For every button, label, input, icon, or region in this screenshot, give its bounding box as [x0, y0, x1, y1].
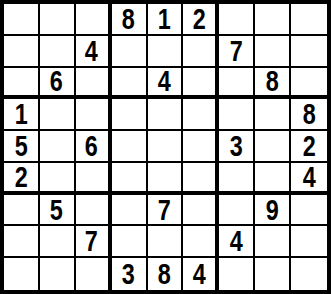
cell-r3c3[interactable]: [76, 68, 112, 100]
cell-r2c7[interactable]: 7: [219, 36, 255, 68]
cell-r8c7[interactable]: 4: [219, 226, 255, 258]
cell-r5c5[interactable]: [148, 131, 184, 163]
cell-digit: 3: [230, 131, 243, 161]
cell-r7c3[interactable]: [76, 195, 112, 227]
cell-digit: 6: [50, 68, 63, 97]
cell-digit: 7: [230, 36, 243, 66]
cell-r3c4[interactable]: [112, 68, 148, 100]
cell-r4c1[interactable]: 1: [4, 99, 40, 131]
cell-r9c9[interactable]: [291, 258, 327, 290]
cell-r4c4[interactable]: [112, 99, 148, 131]
cell-r7c9[interactable]: [291, 195, 327, 227]
cell-r5c2[interactable]: [40, 131, 76, 163]
cell-digit: 1: [14, 99, 27, 129]
cell-r9c3[interactable]: [76, 258, 112, 290]
cell-r4c6[interactable]: [183, 99, 219, 131]
cell-r2c9[interactable]: [291, 36, 327, 68]
cell-digit: 6: [85, 131, 98, 161]
cell-r9c8[interactable]: [255, 258, 291, 290]
cell-r2c3[interactable]: 4: [76, 36, 112, 68]
cell-r4c7[interactable]: [219, 99, 255, 131]
cell-r7c4[interactable]: [112, 195, 148, 227]
sudoku-board: 812476481856322457974384: [0, 0, 331, 294]
cell-r9c1[interactable]: [4, 258, 40, 290]
cell-digit: 7: [85, 226, 98, 256]
cell-r4c5[interactable]: [148, 99, 184, 131]
cell-r6c8[interactable]: [255, 163, 291, 195]
cell-digit: 2: [303, 131, 316, 161]
cell-r2c1[interactable]: [4, 36, 40, 68]
cell-r5c4[interactable]: [112, 131, 148, 163]
cell-r6c5[interactable]: [148, 163, 184, 195]
cell-r2c4[interactable]: [112, 36, 148, 68]
cell-r3c9[interactable]: [291, 68, 327, 100]
cell-r8c9[interactable]: [291, 226, 327, 258]
cell-r3c6[interactable]: [183, 68, 219, 100]
cell-r6c6[interactable]: [183, 163, 219, 195]
cell-r4c2[interactable]: [40, 99, 76, 131]
cell-r9c6[interactable]: 4: [183, 258, 219, 290]
cell-digit: 1: [158, 4, 171, 34]
cell-r1c5[interactable]: 1: [148, 4, 184, 36]
cell-r3c5[interactable]: 4: [148, 68, 184, 100]
cell-digit: 7: [158, 195, 171, 225]
cell-r9c5[interactable]: 8: [148, 258, 184, 290]
cell-digit: 5: [50, 195, 63, 225]
cell-r8c1[interactable]: [4, 226, 40, 258]
cell-r8c6[interactable]: [183, 226, 219, 258]
cell-r2c2[interactable]: [40, 36, 76, 68]
cell-digit: 3: [122, 259, 135, 289]
cell-digit: 2: [14, 163, 27, 192]
cell-r9c4[interactable]: 3: [112, 258, 148, 290]
cell-r9c7[interactable]: [219, 258, 255, 290]
cell-r8c2[interactable]: [40, 226, 76, 258]
cell-digit: 8: [266, 68, 279, 97]
cell-r9c2[interactable]: [40, 258, 76, 290]
cell-r5c9[interactable]: 2: [291, 131, 327, 163]
cell-r2c5[interactable]: [148, 36, 184, 68]
cell-digit: 4: [303, 163, 316, 192]
cell-r2c6[interactable]: [183, 36, 219, 68]
cell-r8c4[interactable]: [112, 226, 148, 258]
cell-digit: 4: [85, 36, 98, 66]
cell-r1c3[interactable]: [76, 4, 112, 36]
cell-r6c2[interactable]: [40, 163, 76, 195]
cell-r6c3[interactable]: [76, 163, 112, 195]
cell-r8c8[interactable]: [255, 226, 291, 258]
cell-r5c6[interactable]: [183, 131, 219, 163]
cell-r3c7[interactable]: [219, 68, 255, 100]
cell-r4c3[interactable]: [76, 99, 112, 131]
cell-r1c6[interactable]: 2: [183, 4, 219, 36]
cell-r7c2[interactable]: 5: [40, 195, 76, 227]
cell-r7c8[interactable]: 9: [255, 195, 291, 227]
cell-r1c8[interactable]: [255, 4, 291, 36]
cell-r2c8[interactable]: [255, 36, 291, 68]
cell-r8c3[interactable]: 7: [76, 226, 112, 258]
cell-r5c1[interactable]: 5: [4, 131, 40, 163]
cell-r3c1[interactable]: [4, 68, 40, 100]
cell-r6c4[interactable]: [112, 163, 148, 195]
cell-r7c5[interactable]: 7: [148, 195, 184, 227]
cell-r7c6[interactable]: [183, 195, 219, 227]
cell-digit: 4: [158, 68, 171, 97]
cell-digit: 4: [230, 226, 243, 256]
cell-r1c1[interactable]: [4, 4, 40, 36]
cell-r6c1[interactable]: 2: [4, 163, 40, 195]
cell-r3c8[interactable]: 8: [255, 68, 291, 100]
cell-r3c2[interactable]: 6: [40, 68, 76, 100]
cell-digit: 9: [266, 195, 279, 225]
cell-r6c7[interactable]: [219, 163, 255, 195]
cell-r7c1[interactable]: [4, 195, 40, 227]
cell-r1c9[interactable]: [291, 4, 327, 36]
cell-r1c2[interactable]: [40, 4, 76, 36]
cell-digit: 8: [122, 4, 135, 34]
cell-digit: 4: [193, 259, 206, 289]
cell-r5c8[interactable]: [255, 131, 291, 163]
cell-r1c4[interactable]: 8: [112, 4, 148, 36]
cell-r5c3[interactable]: 6: [76, 131, 112, 163]
cell-r7c7[interactable]: [219, 195, 255, 227]
cell-digit: 8: [303, 99, 316, 129]
cell-r1c7[interactable]: [219, 4, 255, 36]
cell-digit: 2: [193, 4, 206, 34]
cell-digit: 5: [14, 131, 27, 161]
cell-r5c7[interactable]: 3: [219, 131, 255, 163]
cell-r8c5[interactable]: [148, 226, 184, 258]
cell-r6c9[interactable]: 4: [291, 163, 327, 195]
cell-r4c9[interactable]: 8: [291, 99, 327, 131]
cell-digit: 8: [158, 259, 171, 289]
cell-r4c8[interactable]: [255, 99, 291, 131]
